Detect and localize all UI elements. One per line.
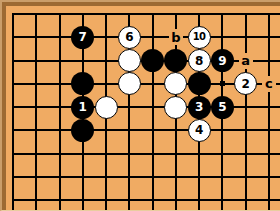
stone-white-6: 6 [118, 26, 141, 49]
stone-white [118, 49, 141, 72]
stone-number: 9 [218, 55, 226, 67]
stone-white [164, 96, 187, 119]
go-board-diagram: 76108921354bac [0, 0, 280, 211]
stone-black-1: 1 [71, 96, 94, 119]
point-label-b: b [169, 29, 183, 45]
stone-white-10: 10 [188, 26, 211, 49]
stone-number: 1 [79, 101, 87, 113]
stone-black [164, 49, 187, 72]
stone-number: 4 [195, 124, 203, 136]
point-label-c: c [262, 76, 276, 92]
stone-white [95, 96, 118, 119]
stone-white [118, 72, 141, 95]
stone-black-5: 5 [211, 96, 234, 119]
stone-white-8: 8 [188, 49, 211, 72]
stone-number: 8 [195, 55, 203, 67]
stone-black-7: 7 [71, 26, 94, 49]
stone-number: 2 [241, 78, 249, 90]
stone-number: 5 [218, 101, 226, 113]
stone-white-2: 2 [234, 72, 257, 95]
stone-black-9: 9 [211, 49, 234, 72]
stone-number: 7 [79, 31, 87, 43]
stone-black-3: 3 [188, 96, 211, 119]
stone-black [141, 49, 164, 72]
point-label-a: a [239, 53, 253, 69]
stone-number: 6 [125, 31, 133, 43]
stone-number: 3 [195, 101, 203, 113]
stone-black [71, 119, 94, 142]
stone-white-4: 4 [188, 119, 211, 142]
stones-layer: 76108921354bac [1, 2, 280, 211]
stone-black [188, 72, 211, 95]
stone-white [164, 72, 187, 95]
stone-black [71, 72, 94, 95]
stone-number: 10 [193, 32, 206, 42]
